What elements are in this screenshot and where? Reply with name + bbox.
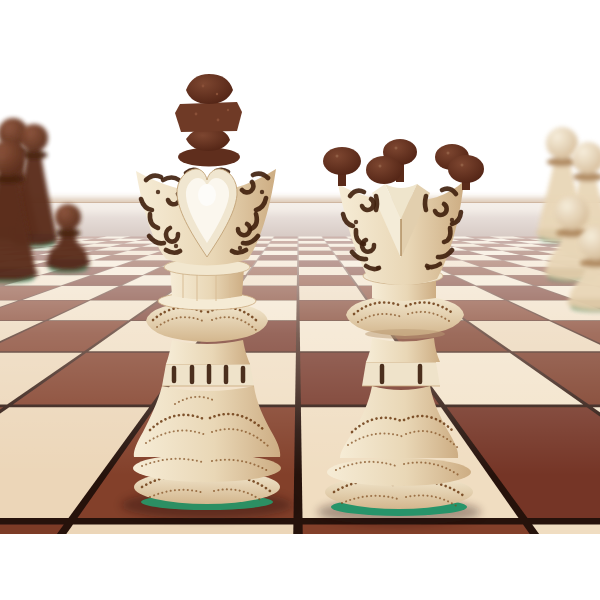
king-dash-band	[162, 364, 254, 386]
chess-set-photo	[0, 0, 600, 600]
queen-stem	[366, 338, 440, 362]
queen-dash-band	[362, 362, 440, 386]
board-fog	[0, 203, 600, 475]
king-base	[133, 454, 281, 504]
chess-photo-scene	[0, 0, 600, 600]
queen-base	[325, 458, 473, 509]
photo-bottom-margin	[0, 534, 600, 600]
king-finial-nut	[175, 102, 242, 132]
